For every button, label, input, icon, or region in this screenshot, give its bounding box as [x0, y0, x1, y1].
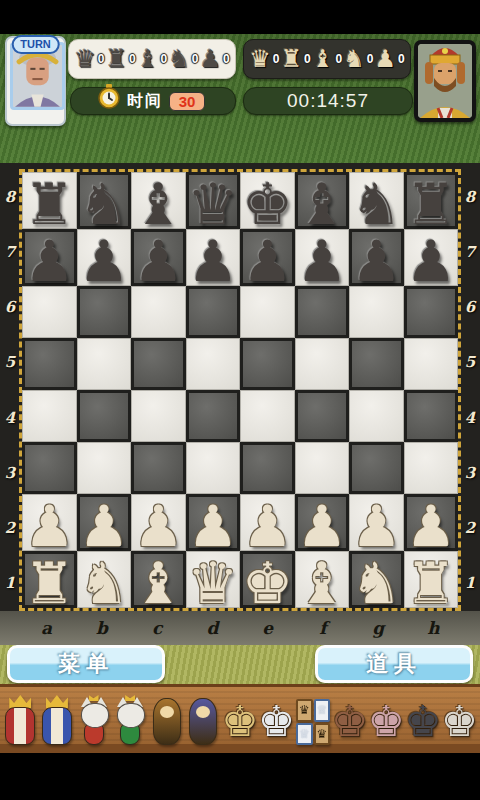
- move-time-value: 30: [169, 92, 205, 111]
- square-d7[interactable]: ♟: [186, 229, 241, 286]
- rank-label-4: 4: [461, 390, 479, 445]
- square-b8[interactable]: ♞: [77, 172, 132, 229]
- rank-label-3: 3: [1, 445, 19, 500]
- blue-king-theme-icon[interactable]: [40, 693, 74, 745]
- square-h3[interactable]: [404, 442, 459, 494]
- piece-white-pawn[interactable]: ♟: [296, 498, 347, 555]
- copper-piece-theme-glyph: ♚: [331, 699, 369, 745]
- square-b1[interactable]: ♞: [77, 551, 132, 608]
- square-a2[interactable]: ♟: [22, 494, 77, 551]
- square-d3[interactable]: [186, 442, 241, 494]
- rank-label-5: 5: [461, 335, 479, 390]
- square-e1[interactable]: ♚: [240, 551, 295, 608]
- square-a3[interactable]: [22, 442, 77, 494]
- captured-white-pawn-count: 0: [398, 52, 405, 66]
- piece-black-pawn[interactable]: ♟: [296, 233, 347, 290]
- captured-white-knight-count: 0: [367, 52, 374, 66]
- cat-green-theme-figure: [114, 695, 146, 745]
- file-label-a: a: [19, 611, 74, 645]
- white-queen-icon: ♛: [249, 47, 271, 71]
- captured-white-rook-count: 0: [304, 52, 311, 66]
- file-label-h: h: [406, 611, 461, 645]
- square-e4[interactable]: [240, 390, 295, 442]
- square-e8[interactable]: ♚: [240, 172, 295, 229]
- rank-label-2: 2: [461, 501, 479, 556]
- piece-white-bishop[interactable]: ♝: [133, 555, 184, 612]
- dark-piece-theme-glyph: ♚: [404, 699, 442, 745]
- piece-black-knight[interactable]: ♞: [78, 176, 129, 233]
- rank-label-2: 2: [1, 501, 19, 556]
- piece-black-pawn[interactable]: ♟: [78, 233, 129, 290]
- dark-piece-theme-icon[interactable]: ♚: [406, 693, 440, 745]
- piece-white-bishop[interactable]: ♝: [296, 555, 347, 612]
- captured-white-pieces-tray: ♛0♜0♝0♞0♟0: [243, 39, 411, 79]
- captured-black-rook-count: 0: [129, 52, 136, 66]
- square-e7[interactable]: ♟: [240, 229, 295, 286]
- square-f4[interactable]: [295, 390, 350, 442]
- piece-white-queen[interactable]: ♛: [187, 555, 238, 612]
- file-label-strip: abcdefgh: [0, 611, 480, 645]
- rank-label-8: 8: [461, 169, 479, 224]
- square-b6[interactable]: [77, 286, 132, 338]
- square-b5[interactable]: [77, 338, 132, 390]
- square-c4[interactable]: [131, 390, 186, 442]
- rank-labels-right: 87654321: [461, 169, 479, 611]
- square-d1[interactable]: ♛: [186, 551, 241, 608]
- piece-black-rook[interactable]: ♜: [24, 176, 75, 233]
- piece-black-king[interactable]: ♚: [242, 176, 293, 233]
- square-f7[interactable]: ♟: [295, 229, 350, 286]
- square-c6[interactable]: [131, 286, 186, 338]
- tools-button[interactable]: 道具: [315, 645, 473, 683]
- square-g2[interactable]: ♟: [349, 494, 404, 551]
- square-b4[interactable]: [77, 390, 132, 442]
- piece-white-pawn[interactable]: ♟: [405, 498, 456, 555]
- white-player-avatar[interactable]: TURN: [5, 36, 66, 126]
- copper-piece-theme-icon[interactable]: ♚: [333, 693, 367, 745]
- piece-black-bishop[interactable]: ♝: [133, 176, 184, 233]
- captured-black-pieces-tray: ♛0♜0♝0♞0♟0: [68, 39, 236, 79]
- piece-white-rook[interactable]: ♜: [24, 555, 75, 612]
- captured-black-pawn-count: 0: [223, 52, 230, 66]
- square-d4[interactable]: [186, 390, 241, 442]
- rank-label-5: 5: [1, 335, 19, 390]
- square-e5[interactable]: [240, 338, 295, 390]
- square-h6[interactable]: [404, 286, 459, 338]
- file-label-e: e: [240, 611, 295, 645]
- stopwatch-icon: [97, 84, 121, 114]
- piece-black-pawn[interactable]: ♟: [405, 233, 456, 290]
- black-player-portrait-icon: [418, 44, 472, 118]
- square-b2[interactable]: ♟: [77, 494, 132, 551]
- rose-piece-theme-glyph: ♚: [368, 699, 406, 745]
- piece-white-pawn[interactable]: ♟: [187, 498, 238, 555]
- white-knight-icon: ♞: [343, 47, 365, 71]
- captured-black-knight: ♞0: [168, 47, 198, 71]
- square-h5[interactable]: [404, 338, 459, 390]
- piece-white-rook[interactable]: ♜: [405, 555, 456, 612]
- gold-doll-theme-icon[interactable]: [150, 693, 184, 745]
- red-king-theme-figure: [5, 695, 35, 745]
- square-d2[interactable]: ♟: [186, 494, 241, 551]
- square-b3[interactable]: [77, 442, 132, 494]
- captured-white-queen-count: 0: [273, 52, 280, 66]
- square-b7[interactable]: ♟: [77, 229, 132, 286]
- square-a5[interactable]: [22, 338, 77, 390]
- piece-white-pawn[interactable]: ♟: [133, 498, 184, 555]
- blue-king-theme-figure: [42, 695, 72, 745]
- game-clock-pill: 00:14:57: [243, 87, 413, 115]
- blue-doll-theme-figure: [189, 698, 217, 745]
- captured-white-rook: ♜0: [281, 47, 311, 71]
- square-f8[interactable]: ♝: [295, 172, 350, 229]
- file-label-c: c: [130, 611, 185, 645]
- piece-white-king[interactable]: ♚: [242, 555, 293, 612]
- square-h1[interactable]: ♜: [404, 551, 459, 608]
- square-a1[interactable]: ♜: [22, 551, 77, 608]
- captured-black-queen-count: 0: [98, 52, 105, 66]
- square-a6[interactable]: [22, 286, 77, 338]
- square-c2[interactable]: ♟: [131, 494, 186, 551]
- square-h4[interactable]: [404, 390, 459, 442]
- white-rook-icon: ♜: [281, 47, 303, 71]
- rank-label-3: 3: [461, 445, 479, 500]
- square-f2[interactable]: ♟: [295, 494, 350, 551]
- rank-label-7: 7: [1, 224, 19, 279]
- white-bishop-icon: ♝: [312, 47, 334, 71]
- piece-black-pawn[interactable]: ♟: [242, 233, 293, 290]
- square-e6[interactable]: [240, 286, 295, 338]
- square-g4[interactable]: [349, 390, 404, 442]
- silver-piece-theme-glyph: ♚: [258, 699, 296, 745]
- file-label-g: g: [351, 611, 406, 645]
- piece-white-pawn[interactable]: ♟: [24, 498, 75, 555]
- square-h7[interactable]: ♟: [404, 229, 459, 286]
- captured-black-rook: ♜0: [106, 47, 136, 71]
- square-d6[interactable]: [186, 286, 241, 338]
- red-king-theme-icon[interactable]: [3, 693, 37, 745]
- chess-board: ♜♞♝♛♚♝♞♜♟♟♟♟♟♟♟♟♟♟♟♟♟♟♟♟♜♞♝♛♚♝♞♜ 8765432…: [0, 163, 480, 645]
- captured-white-bishop-count: 0: [335, 52, 342, 66]
- piece-black-queen[interactable]: ♛: [187, 176, 238, 233]
- silver-piece-theme-icon[interactable]: ♚: [260, 693, 294, 745]
- rank-label-8: 8: [1, 169, 19, 224]
- cat-red-theme-figure: [78, 695, 110, 745]
- captured-white-bishop: ♝0: [312, 47, 342, 71]
- file-label-b: b: [74, 611, 129, 645]
- captured-black-pawn: ♟0: [200, 47, 230, 71]
- white-pawn-icon: ♟: [375, 47, 397, 71]
- black-pawn-icon: ♟: [200, 47, 222, 71]
- cat-green-theme-icon[interactable]: [113, 693, 147, 745]
- move-timer-pill: 时间 30: [70, 87, 236, 115]
- captured-black-bishop-count: 0: [160, 52, 167, 66]
- square-g7[interactable]: ♟: [349, 229, 404, 286]
- square-c7[interactable]: ♟: [131, 229, 186, 286]
- blue-doll-theme-icon[interactable]: [186, 693, 220, 745]
- rose-piece-theme-icon[interactable]: ♚: [369, 693, 403, 745]
- black-queen-icon: ♛: [74, 47, 96, 71]
- piece-white-pawn[interactable]: ♟: [78, 498, 129, 555]
- piece-white-pawn[interactable]: ♟: [351, 498, 402, 555]
- black-knight-icon: ♞: [168, 47, 190, 71]
- captured-white-pawn: ♟0: [375, 47, 405, 71]
- square-h2[interactable]: ♟: [404, 494, 459, 551]
- square-g1[interactable]: ♞: [349, 551, 404, 608]
- rank-label-1: 1: [461, 556, 479, 611]
- piece-white-pawn[interactable]: ♟: [242, 498, 293, 555]
- black-player-avatar[interactable]: [414, 40, 476, 122]
- captured-white-queen: ♛0: [249, 47, 279, 71]
- menu-button[interactable]: 菜单: [7, 645, 165, 683]
- square-a7[interactable]: ♟: [22, 229, 77, 286]
- gold-doll-theme-figure: [153, 698, 181, 745]
- gold-piece-theme-glyph: ♚: [221, 699, 259, 745]
- black-bishop-icon: ♝: [137, 47, 159, 71]
- bottom-black-area: [0, 753, 480, 800]
- gold-piece-theme-icon[interactable]: ♚: [223, 693, 257, 745]
- square-g3[interactable]: [349, 442, 404, 494]
- rank-labels-left: 87654321: [1, 169, 19, 611]
- square-f3[interactable]: [295, 442, 350, 494]
- piece-black-bishop[interactable]: ♝: [296, 176, 347, 233]
- card-tiles-theme-icon[interactable]: ♛♕♕♛: [296, 693, 330, 745]
- black-rook-icon: ♜: [106, 47, 128, 71]
- square-c5[interactable]: [131, 338, 186, 390]
- square-g8[interactable]: ♞: [349, 172, 404, 229]
- status-bar: [0, 0, 480, 34]
- file-label-d: d: [185, 611, 240, 645]
- piece-black-rook[interactable]: ♜: [405, 176, 456, 233]
- square-e2[interactable]: ♟: [240, 494, 295, 551]
- rank-label-7: 7: [461, 224, 479, 279]
- square-a8[interactable]: ♜: [22, 172, 77, 229]
- captured-white-knight: ♞0: [343, 47, 373, 71]
- piece-black-pawn[interactable]: ♟: [351, 233, 402, 290]
- captured-black-queen: ♛0: [74, 47, 104, 71]
- square-f1[interactable]: ♝: [295, 551, 350, 608]
- captured-black-knight-count: 0: [192, 52, 199, 66]
- piece-theme-bar: ♚♚♛♕♕♛♚♚♚♚: [0, 684, 480, 753]
- rank-label-1: 1: [1, 556, 19, 611]
- captured-black-bishop: ♝0: [137, 47, 167, 71]
- timer-label: 时间: [127, 91, 163, 112]
- file-labels: abcdefgh: [19, 611, 461, 645]
- square-h8[interactable]: ♜: [404, 172, 459, 229]
- square-g5[interactable]: [349, 338, 404, 390]
- file-label-f: f: [295, 611, 350, 645]
- white-piece-theme-icon[interactable]: ♚: [443, 693, 477, 745]
- piece-black-knight[interactable]: ♞: [351, 176, 402, 233]
- turn-badge: TURN: [11, 35, 60, 54]
- square-e3[interactable]: [240, 442, 295, 494]
- square-c8[interactable]: ♝: [131, 172, 186, 229]
- rank-label-4: 4: [1, 390, 19, 445]
- card-tiles-theme-tiles: ♛♕♕♛: [296, 699, 330, 745]
- cat-red-theme-icon[interactable]: [77, 693, 111, 745]
- piece-black-pawn[interactable]: ♟: [24, 233, 75, 290]
- square-c3[interactable]: [131, 442, 186, 494]
- white-piece-theme-glyph: ♚: [441, 699, 479, 745]
- piece-white-knight[interactable]: ♞: [78, 555, 129, 612]
- rank-label-6: 6: [461, 280, 479, 335]
- square-g6[interactable]: [349, 286, 404, 338]
- square-a4[interactable]: [22, 390, 77, 442]
- square-d5[interactable]: [186, 338, 241, 390]
- piece-black-pawn[interactable]: ♟: [133, 233, 184, 290]
- piece-white-knight[interactable]: ♞: [351, 555, 402, 612]
- square-c1[interactable]: ♝: [131, 551, 186, 608]
- game-clock-value: 00:14:57: [287, 90, 369, 112]
- board-squares: ♜♞♝♛♚♝♞♜♟♟♟♟♟♟♟♟♟♟♟♟♟♟♟♟♜♞♝♛♚♝♞♜: [19, 169, 461, 611]
- square-f5[interactable]: [295, 338, 350, 390]
- square-d8[interactable]: ♛: [186, 172, 241, 229]
- piece-black-pawn[interactable]: ♟: [187, 233, 238, 290]
- rank-label-6: 6: [1, 280, 19, 335]
- square-f6[interactable]: [295, 286, 350, 338]
